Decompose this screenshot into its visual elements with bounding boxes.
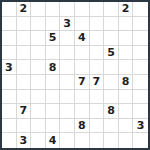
grid-cell-empty[interactable]	[90, 90, 105, 105]
grid-cell-empty[interactable]	[31, 119, 46, 134]
grid-cell-empty[interactable]	[17, 75, 32, 90]
grid-cell-empty[interactable]	[60, 31, 75, 46]
grid-cell-empty[interactable]	[133, 60, 148, 75]
grid-cell-empty[interactable]	[46, 17, 61, 32]
grid-cell-clue: 8	[75, 119, 90, 134]
grid-cell-empty[interactable]	[46, 90, 61, 105]
grid-cell-empty[interactable]	[31, 104, 46, 119]
grid-cell-empty[interactable]	[46, 46, 61, 61]
grid-cell-empty[interactable]	[119, 90, 134, 105]
grid-cell-empty[interactable]	[2, 133, 17, 148]
grid-cell-empty[interactable]	[90, 119, 105, 134]
grid-cell-empty[interactable]	[31, 17, 46, 32]
grid-cell-empty[interactable]	[2, 2, 17, 17]
grid-cell-empty[interactable]	[31, 31, 46, 46]
grid-cell-empty[interactable]	[75, 133, 90, 148]
grid-cell-empty[interactable]	[17, 60, 32, 75]
grid-cell-empty[interactable]	[133, 46, 148, 61]
grid-cell-empty[interactable]	[17, 119, 32, 134]
grid-cell-empty[interactable]	[90, 17, 105, 32]
grid-cell-empty[interactable]	[31, 133, 46, 148]
grid-cell-empty[interactable]	[104, 60, 119, 75]
grid-cell-empty[interactable]	[60, 60, 75, 75]
grid-cell-empty[interactable]	[133, 75, 148, 90]
grid-cell-empty[interactable]	[90, 104, 105, 119]
grid-cell-empty[interactable]	[90, 2, 105, 17]
grid-cell-empty[interactable]	[104, 31, 119, 46]
grid-cell-empty[interactable]	[31, 90, 46, 105]
grid-cell-empty[interactable]	[60, 133, 75, 148]
grid-cell-empty[interactable]	[90, 31, 105, 46]
grid-cell-empty[interactable]	[119, 17, 134, 32]
grid-cell-empty[interactable]	[31, 75, 46, 90]
grid-cell-empty[interactable]	[75, 2, 90, 17]
grid-cell-clue: 3	[2, 60, 17, 75]
grid-cell-empty[interactable]	[119, 104, 134, 119]
grid-cell-empty[interactable]	[2, 46, 17, 61]
grid-cell-empty[interactable]	[17, 17, 32, 32]
grid-cell-empty[interactable]	[60, 75, 75, 90]
puzzle-board: 22354538778788334	[0, 0, 150, 150]
grid-cell-empty[interactable]	[46, 2, 61, 17]
grid-cell-empty[interactable]	[133, 2, 148, 17]
grid-cell-clue: 8	[104, 104, 119, 119]
grid-cell-empty[interactable]	[46, 119, 61, 134]
grid-cell-empty[interactable]	[2, 104, 17, 119]
grid-cell-empty[interactable]	[133, 104, 148, 119]
grid-cell-empty[interactable]	[31, 60, 46, 75]
grid-cell-clue: 5	[104, 46, 119, 61]
grid-cell-empty[interactable]	[104, 119, 119, 134]
grid-cell-empty[interactable]	[17, 90, 32, 105]
grid-cell-empty[interactable]	[2, 75, 17, 90]
grid-cell-empty[interactable]	[104, 90, 119, 105]
grid-cell-empty[interactable]	[2, 31, 17, 46]
grid-cell-clue: 3	[60, 17, 75, 32]
grid-cell-empty[interactable]	[119, 46, 134, 61]
grid-cell-empty[interactable]	[104, 133, 119, 148]
grid-cell-empty[interactable]	[17, 46, 32, 61]
grid-cell-empty[interactable]	[2, 17, 17, 32]
grid-cell-clue: 7	[17, 104, 32, 119]
grid-cell-empty[interactable]	[60, 119, 75, 134]
grid-cell-empty[interactable]	[104, 75, 119, 90]
grid-cell-empty[interactable]	[119, 60, 134, 75]
grid-cell-empty[interactable]	[60, 2, 75, 17]
grid-cell-empty[interactable]	[119, 119, 134, 134]
grid-cell-clue: 5	[46, 31, 61, 46]
grid-cell-empty[interactable]	[133, 17, 148, 32]
grid-cell-empty[interactable]	[60, 104, 75, 119]
grid-cell-empty[interactable]	[75, 104, 90, 119]
grid-cell-empty[interactable]	[119, 31, 134, 46]
grid-cell-clue: 8	[46, 60, 61, 75]
grid-cell-empty[interactable]	[133, 90, 148, 105]
grid-cell-empty[interactable]	[2, 90, 17, 105]
grid-cell-clue: 7	[75, 75, 90, 90]
grid-cell-empty[interactable]	[46, 75, 61, 90]
grid-cell-empty[interactable]	[119, 133, 134, 148]
grid-cell-empty[interactable]	[90, 46, 105, 61]
grid-cell-clue: 7	[90, 75, 105, 90]
grid-cell-empty[interactable]	[46, 104, 61, 119]
grid-cell-empty[interactable]	[75, 17, 90, 32]
grid-cell-empty[interactable]	[133, 133, 148, 148]
grid-cell-empty[interactable]	[60, 90, 75, 105]
grid-cell-clue: 4	[46, 133, 61, 148]
grid-cell-empty[interactable]	[2, 119, 17, 134]
grid-cell-empty[interactable]	[31, 46, 46, 61]
grid-cell-clue: 2	[17, 2, 32, 17]
grid-cell-empty[interactable]	[31, 2, 46, 17]
grid-cell-empty[interactable]	[90, 60, 105, 75]
grid-cell-empty[interactable]	[60, 46, 75, 61]
grid-cell-clue: 3	[133, 119, 148, 134]
grid-cell-empty[interactable]	[133, 31, 148, 46]
grid-cell-empty[interactable]	[104, 2, 119, 17]
grid-cell-empty[interactable]	[17, 31, 32, 46]
grid-cell-empty[interactable]	[75, 90, 90, 105]
grid-cell-clue: 2	[119, 2, 134, 17]
grid-cell-empty[interactable]	[104, 17, 119, 32]
grid-cell-empty[interactable]	[90, 133, 105, 148]
grid-cell-clue: 4	[75, 31, 90, 46]
grid-cell-empty[interactable]	[75, 46, 90, 61]
grid-cell-clue: 8	[119, 75, 134, 90]
grid-cell-empty[interactable]	[75, 60, 90, 75]
grid-cell-clue: 3	[17, 133, 32, 148]
